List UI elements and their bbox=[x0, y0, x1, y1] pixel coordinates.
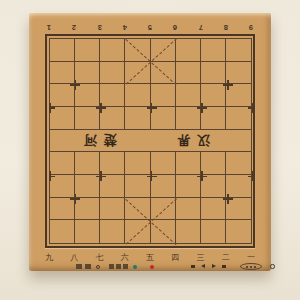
board-cell[interactable] bbox=[50, 220, 75, 243]
board-cell[interactable] bbox=[100, 220, 125, 243]
square-icon bbox=[191, 265, 195, 269]
file-number-label: 6 bbox=[168, 23, 182, 32]
board-cell[interactable] bbox=[75, 220, 100, 243]
left-triangle-icon bbox=[201, 264, 205, 268]
file-number-label: 1 bbox=[42, 23, 56, 32]
point-marker bbox=[197, 103, 207, 113]
file-number-label: 三 bbox=[194, 252, 208, 261]
point-marker bbox=[223, 80, 233, 90]
oval-logo-icon bbox=[240, 263, 262, 270]
small-print-text bbox=[109, 264, 128, 269]
board-cell[interactable] bbox=[176, 62, 201, 85]
point-marker bbox=[70, 194, 80, 204]
board-grid: 楚河 汉界 bbox=[49, 38, 252, 244]
point-marker bbox=[248, 103, 258, 113]
point-marker bbox=[70, 80, 80, 90]
file-number-label: 九 bbox=[42, 252, 56, 261]
point-marker bbox=[197, 171, 207, 181]
board-cell[interactable] bbox=[75, 39, 100, 62]
point-marker bbox=[45, 103, 55, 113]
right-triangle-icon bbox=[212, 264, 216, 268]
river-label-han: 汉界 bbox=[177, 131, 217, 149]
board-cell[interactable] bbox=[226, 220, 251, 243]
file-number-label: 一 bbox=[244, 252, 258, 261]
small-circle-icon bbox=[270, 264, 275, 269]
point-marker bbox=[96, 171, 106, 181]
file-number-label: 四 bbox=[168, 252, 182, 261]
black-file-numbers: 123456789 bbox=[42, 23, 258, 32]
square-icon bbox=[222, 265, 226, 269]
file-number-label: 8 bbox=[219, 23, 233, 32]
board-cell[interactable] bbox=[226, 130, 251, 153]
file-number-label: 八 bbox=[67, 252, 81, 261]
file-number-label: 二 bbox=[219, 252, 233, 261]
file-number-label: 3 bbox=[93, 23, 107, 32]
small-print-text bbox=[76, 264, 91, 269]
red-file-numbers: 九八七六五四三二一 bbox=[42, 252, 258, 261]
green-led-icon bbox=[133, 265, 137, 269]
point-marker bbox=[147, 171, 157, 181]
small-circle-icon bbox=[96, 265, 100, 269]
xiangqi-board: 123456789 楚河 汉界 九八七六五四三二一 bbox=[29, 13, 271, 271]
point-marker bbox=[96, 103, 106, 113]
red-led-icon bbox=[150, 265, 154, 269]
board-cell[interactable] bbox=[201, 220, 226, 243]
board-cell[interactable] bbox=[201, 39, 226, 62]
file-number-label: 五 bbox=[143, 252, 157, 261]
board-cell[interactable] bbox=[176, 39, 201, 62]
board-cell[interactable] bbox=[100, 62, 125, 85]
point-marker bbox=[223, 194, 233, 204]
board-cell[interactable] bbox=[176, 198, 201, 221]
file-number-label: 七 bbox=[93, 252, 107, 261]
board-cell[interactable] bbox=[226, 39, 251, 62]
board-cell[interactable] bbox=[176, 220, 201, 243]
file-number-label: 4 bbox=[118, 23, 132, 32]
photo-background: 123456789 楚河 汉界 九八七六五四三二一 bbox=[0, 0, 300, 300]
board-cell[interactable] bbox=[100, 198, 125, 221]
point-marker bbox=[248, 171, 258, 181]
file-number-label: 2 bbox=[67, 23, 81, 32]
control-strip bbox=[49, 261, 259, 271]
file-number-label: 六 bbox=[118, 252, 132, 261]
river-label-chu: 楚河 bbox=[84, 131, 124, 149]
board-cell[interactable] bbox=[50, 130, 75, 153]
board-cell[interactable] bbox=[125, 130, 150, 153]
file-number-label: 9 bbox=[244, 23, 258, 32]
board-cell[interactable] bbox=[100, 39, 125, 62]
file-number-label: 5 bbox=[143, 23, 157, 32]
point-marker bbox=[45, 171, 55, 181]
point-marker bbox=[147, 103, 157, 113]
board-cell[interactable] bbox=[50, 39, 75, 62]
file-number-label: 7 bbox=[194, 23, 208, 32]
